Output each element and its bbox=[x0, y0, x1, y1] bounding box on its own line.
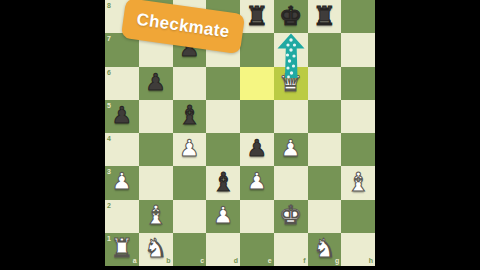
square-g8[interactable]: ♜ bbox=[308, 0, 342, 33]
square-h6[interactable] bbox=[341, 67, 375, 100]
rank-label-6: 6 bbox=[107, 69, 111, 76]
square-e2[interactable] bbox=[240, 200, 274, 233]
square-f3[interactable] bbox=[274, 166, 308, 199]
square-a2[interactable]: 2 bbox=[105, 200, 139, 233]
square-h7[interactable] bbox=[341, 33, 375, 66]
square-a6[interactable]: 6 bbox=[105, 67, 139, 100]
file-label-f: f bbox=[303, 257, 305, 264]
square-e8[interactable]: ♜ bbox=[240, 0, 274, 33]
piece-white-bishop-b2[interactable]: ♝ bbox=[144, 202, 167, 228]
square-h3[interactable]: ♝ bbox=[341, 166, 375, 199]
piece-white-pawn-a3[interactable]: ♟ bbox=[112, 170, 133, 193]
square-h2[interactable] bbox=[341, 200, 375, 233]
square-f5[interactable] bbox=[274, 100, 308, 133]
piece-white-pawn-e3[interactable]: ♟ bbox=[247, 170, 268, 193]
square-c6[interactable] bbox=[173, 67, 207, 100]
square-e6[interactable] bbox=[240, 67, 274, 100]
piece-white-rook-a1[interactable]: ♜ bbox=[110, 235, 133, 261]
rank-label-2: 2 bbox=[107, 202, 111, 209]
square-e4[interactable]: ♟ bbox=[240, 133, 274, 166]
piece-black-rook-e8[interactable]: ♜ bbox=[245, 3, 268, 29]
file-label-e: e bbox=[268, 257, 272, 264]
piece-black-rook-g8[interactable]: ♜ bbox=[313, 3, 336, 29]
square-h1[interactable]: h bbox=[341, 233, 375, 266]
square-a1[interactable]: 1a♜ bbox=[105, 233, 139, 266]
square-d5[interactable] bbox=[206, 100, 240, 133]
square-f7[interactable] bbox=[274, 33, 308, 66]
square-e5[interactable] bbox=[240, 100, 274, 133]
piece-black-bishop-c5[interactable]: ♝ bbox=[178, 102, 201, 128]
piece-black-pawn-a5[interactable]: ♟ bbox=[112, 104, 133, 127]
file-label-h: h bbox=[369, 257, 373, 264]
piece-black-king-f8[interactable]: ♚ bbox=[279, 3, 302, 29]
square-h8[interactable] bbox=[341, 0, 375, 33]
file-label-d: d bbox=[234, 257, 238, 264]
square-d1[interactable]: d bbox=[206, 233, 240, 266]
piece-black-pawn-b6[interactable]: ♟ bbox=[145, 71, 166, 94]
square-b3[interactable] bbox=[139, 166, 173, 199]
square-e7[interactable] bbox=[240, 33, 274, 66]
square-h5[interactable] bbox=[341, 100, 375, 133]
piece-white-knight-g1[interactable]: ♞ bbox=[313, 235, 336, 261]
square-g4[interactable] bbox=[308, 133, 342, 166]
rank-label-5: 5 bbox=[107, 102, 111, 109]
square-b2[interactable]: ♝ bbox=[139, 200, 173, 233]
square-a3[interactable]: 3♟ bbox=[105, 166, 139, 199]
video-letterbox-background: 8♜♚♜7♟6♟♛5♟♝4♟♟♟3♟♝♟♝2♝♟♚1a♜b♞cdefg♞h Ch… bbox=[0, 0, 480, 270]
square-c5[interactable]: ♝ bbox=[173, 100, 207, 133]
rank-label-7: 7 bbox=[107, 35, 111, 42]
square-g6[interactable] bbox=[308, 67, 342, 100]
file-label-c: c bbox=[200, 257, 204, 264]
square-f2[interactable]: ♚ bbox=[274, 200, 308, 233]
rank-label-8: 8 bbox=[107, 2, 111, 9]
square-d2[interactable]: ♟ bbox=[206, 200, 240, 233]
piece-white-pawn-f4[interactable]: ♟ bbox=[280, 137, 301, 160]
square-f8[interactable]: ♚ bbox=[274, 0, 308, 33]
piece-black-bishop-d3[interactable]: ♝ bbox=[211, 169, 234, 195]
piece-white-king-f2[interactable]: ♚ bbox=[279, 202, 302, 228]
piece-white-pawn-c4[interactable]: ♟ bbox=[179, 137, 200, 160]
square-c3[interactable] bbox=[173, 166, 207, 199]
square-d4[interactable] bbox=[206, 133, 240, 166]
piece-white-queen-f6[interactable]: ♛ bbox=[279, 69, 302, 95]
square-f4[interactable]: ♟ bbox=[274, 133, 308, 166]
square-c4[interactable]: ♟ bbox=[173, 133, 207, 166]
piece-white-pawn-d2[interactable]: ♟ bbox=[213, 204, 234, 227]
square-e3[interactable]: ♟ bbox=[240, 166, 274, 199]
rank-label-4: 4 bbox=[107, 135, 111, 142]
square-c2[interactable] bbox=[173, 200, 207, 233]
square-f6[interactable]: ♛ bbox=[274, 67, 308, 100]
piece-white-bishop-h3[interactable]: ♝ bbox=[346, 169, 369, 195]
square-g7[interactable] bbox=[308, 33, 342, 66]
square-f1[interactable]: f bbox=[274, 233, 308, 266]
piece-white-knight-b1[interactable]: ♞ bbox=[144, 235, 167, 261]
square-d6[interactable] bbox=[206, 67, 240, 100]
square-b5[interactable] bbox=[139, 100, 173, 133]
square-b4[interactable] bbox=[139, 133, 173, 166]
square-d3[interactable]: ♝ bbox=[206, 166, 240, 199]
square-h4[interactable] bbox=[341, 133, 375, 166]
square-g2[interactable] bbox=[308, 200, 342, 233]
square-g3[interactable] bbox=[308, 166, 342, 199]
square-a5[interactable]: 5♟ bbox=[105, 100, 139, 133]
square-a4[interactable]: 4 bbox=[105, 133, 139, 166]
square-c1[interactable]: c bbox=[173, 233, 207, 266]
piece-black-pawn-e4[interactable]: ♟ bbox=[247, 137, 268, 160]
square-e1[interactable]: e bbox=[240, 233, 274, 266]
square-g1[interactable]: g♞ bbox=[308, 233, 342, 266]
rank-label-3: 3 bbox=[107, 168, 111, 175]
checkmate-banner-text: Checkmate bbox=[135, 10, 230, 43]
square-b1[interactable]: b♞ bbox=[139, 233, 173, 266]
square-b6[interactable]: ♟ bbox=[139, 67, 173, 100]
square-g5[interactable] bbox=[308, 100, 342, 133]
